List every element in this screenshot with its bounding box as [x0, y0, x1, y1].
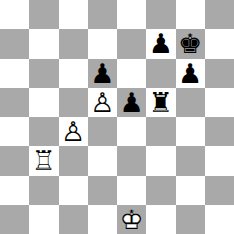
white-rook[interactable]: ♜♖: [29, 146, 58, 175]
square-f2[interactable]: [146, 176, 175, 205]
square-b8[interactable]: [29, 0, 58, 29]
square-f5[interactable]: ♜: [146, 88, 175, 117]
white-pawn[interactable]: ♟♙: [59, 117, 88, 146]
square-d5[interactable]: ♟♙: [88, 88, 117, 117]
square-d2[interactable]: [88, 176, 117, 205]
square-h7[interactable]: [205, 29, 234, 58]
black-pawn[interactable]: ♟: [176, 59, 205, 88]
square-e5[interactable]: ♟: [117, 88, 146, 117]
black-pawn[interactable]: ♟: [88, 59, 117, 88]
square-f7[interactable]: ♟: [146, 29, 175, 58]
square-a3[interactable]: [0, 146, 29, 175]
square-h8[interactable]: [205, 0, 234, 29]
square-b2[interactable]: [29, 176, 58, 205]
square-g6[interactable]: ♟: [176, 59, 205, 88]
square-e3[interactable]: [117, 146, 146, 175]
square-g3[interactable]: [176, 146, 205, 175]
square-g1[interactable]: [176, 205, 205, 234]
white-rook-outline: ♖: [29, 146, 58, 175]
square-a2[interactable]: [0, 176, 29, 205]
black-king[interactable]: ♚: [176, 29, 205, 58]
square-f8[interactable]: [146, 0, 175, 29]
square-c6[interactable]: [59, 59, 88, 88]
black-pawn[interactable]: ♟: [117, 88, 146, 117]
square-e6[interactable]: [117, 59, 146, 88]
square-c4[interactable]: ♟♙: [59, 117, 88, 146]
square-f1[interactable]: [146, 205, 175, 234]
white-king-outline: ♔: [117, 205, 146, 234]
square-a6[interactable]: [0, 59, 29, 88]
square-b3[interactable]: ♜♖: [29, 146, 58, 175]
square-d4[interactable]: [88, 117, 117, 146]
square-a4[interactable]: [0, 117, 29, 146]
square-e2[interactable]: [117, 176, 146, 205]
chess-board: ♟♚♟♟♟♙♟♜♟♙♜♖♚♔: [0, 0, 234, 234]
square-c8[interactable]: [59, 0, 88, 29]
white-king[interactable]: ♚♔: [117, 205, 146, 234]
square-h6[interactable]: [205, 59, 234, 88]
white-pawn[interactable]: ♟♙: [88, 88, 117, 117]
square-h3[interactable]: [205, 146, 234, 175]
square-a5[interactable]: [0, 88, 29, 117]
square-d3[interactable]: [88, 146, 117, 175]
square-d6[interactable]: ♟: [88, 59, 117, 88]
square-g2[interactable]: [176, 176, 205, 205]
white-pawn-outline: ♙: [59, 117, 88, 146]
square-c5[interactable]: [59, 88, 88, 117]
square-e8[interactable]: [117, 0, 146, 29]
square-b5[interactable]: [29, 88, 58, 117]
square-a8[interactable]: [0, 0, 29, 29]
square-a1[interactable]: [0, 205, 29, 234]
square-e7[interactable]: [117, 29, 146, 58]
square-d7[interactable]: [88, 29, 117, 58]
black-rook[interactable]: ♜: [146, 88, 175, 117]
square-b4[interactable]: [29, 117, 58, 146]
square-d8[interactable]: [88, 0, 117, 29]
square-f3[interactable]: [146, 146, 175, 175]
white-pawn-outline: ♙: [88, 88, 117, 117]
square-e1[interactable]: ♚♔: [117, 205, 146, 234]
square-d1[interactable]: [88, 205, 117, 234]
square-c1[interactable]: [59, 205, 88, 234]
square-a7[interactable]: [0, 29, 29, 58]
square-g4[interactable]: [176, 117, 205, 146]
square-g5[interactable]: [176, 88, 205, 117]
square-g8[interactable]: [176, 0, 205, 29]
square-f6[interactable]: [146, 59, 175, 88]
square-g7[interactable]: ♚: [176, 29, 205, 58]
square-h5[interactable]: [205, 88, 234, 117]
square-b7[interactable]: [29, 29, 58, 58]
square-h4[interactable]: [205, 117, 234, 146]
square-e4[interactable]: [117, 117, 146, 146]
square-h1[interactable]: [205, 205, 234, 234]
square-c3[interactable]: [59, 146, 88, 175]
square-b1[interactable]: [29, 205, 58, 234]
chess-diagram: ♟♚♟♟♟♙♟♜♟♙♜♖♚♔: [0, 0, 234, 234]
square-f4[interactable]: [146, 117, 175, 146]
black-pawn[interactable]: ♟: [146, 29, 175, 58]
square-b6[interactable]: [29, 59, 58, 88]
square-h2[interactable]: [205, 176, 234, 205]
square-c2[interactable]: [59, 176, 88, 205]
square-c7[interactable]: [59, 29, 88, 58]
